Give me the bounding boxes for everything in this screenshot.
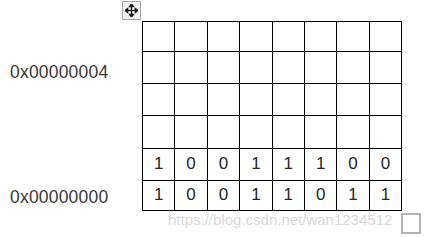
bit-cell-r5c2: 0 — [208, 181, 240, 211]
bit-cell-r3c5 — [305, 116, 337, 148]
bit-cell-r2c3 — [240, 84, 272, 116]
bit-cell-r4c6: 0 — [337, 149, 369, 181]
address-label-upper: 0x00000004 — [10, 62, 122, 83]
bit-cell-r2c7 — [370, 84, 402, 116]
bit-cell-r4c5: 1 — [305, 149, 337, 181]
bit-cell-r0c7 — [370, 22, 402, 52]
bit-cell-r5c5: 0 — [305, 181, 337, 211]
bit-cell-r1c3 — [240, 52, 272, 84]
bit-cell-r4c0: 1 — [143, 149, 175, 181]
bit-cell-r5c6: 1 — [337, 181, 369, 211]
bit-cell-r0c3 — [240, 22, 272, 52]
table-resize-handle[interactable] — [401, 213, 421, 234]
bit-cell-r3c0 — [143, 116, 175, 148]
bit-cell-r2c2 — [208, 84, 240, 116]
bit-cell-r2c5 — [305, 84, 337, 116]
bit-cell-r4c7: 0 — [370, 149, 402, 181]
bit-cell-r1c5 — [305, 52, 337, 84]
bit-cell-r1c7 — [370, 52, 402, 84]
bit-cell-r3c2 — [208, 116, 240, 148]
move-icon — [125, 4, 138, 17]
bit-cell-r5c4: 1 — [273, 181, 305, 211]
bit-cell-r0c6 — [337, 22, 369, 52]
bit-cell-r5c3: 1 — [240, 181, 272, 211]
bit-cell-r3c3 — [240, 116, 272, 148]
bit-cell-r5c1: 0 — [175, 181, 207, 211]
bit-cell-r1c0 — [143, 52, 175, 84]
table-move-handle[interactable] — [122, 1, 141, 20]
watermark-url: https://blog.csdn.net/wan1234512 — [168, 211, 392, 228]
bit-cell-r4c1: 0 — [175, 149, 207, 181]
bit-cell-r0c4 — [273, 22, 305, 52]
bit-cell-r3c6 — [337, 116, 369, 148]
bit-cell-r2c4 — [273, 84, 305, 116]
bit-cell-r1c1 — [175, 52, 207, 84]
bit-cell-r3c7 — [370, 116, 402, 148]
bit-cell-r3c4 — [273, 116, 305, 148]
bit-cell-r3c1 — [175, 116, 207, 148]
bit-cell-r0c2 — [208, 22, 240, 52]
bit-cell-r2c1 — [175, 84, 207, 116]
bit-cell-r1c6 — [337, 52, 369, 84]
bit-cell-r1c4 — [273, 52, 305, 84]
bit-cell-r2c6 — [337, 84, 369, 116]
bit-cell-r4c2: 0 — [208, 149, 240, 181]
bit-cell-r0c1 — [175, 22, 207, 52]
memory-bit-table: 1001110010011011 — [142, 21, 402, 211]
bit-cell-r1c2 — [208, 52, 240, 84]
bit-cell-r0c5 — [305, 22, 337, 52]
bit-cell-r5c7: 1 — [370, 181, 402, 211]
document-canvas: 0x00000004 0x00000000 1001110010011011 h… — [0, 0, 432, 237]
bit-cell-r0c0 — [143, 22, 175, 52]
bit-cell-r4c3: 1 — [240, 149, 272, 181]
bit-cell-r4c4: 1 — [273, 149, 305, 181]
bit-cell-r5c0: 1 — [143, 181, 175, 211]
bit-cell-r2c0 — [143, 84, 175, 116]
address-label-lower: 0x00000000 — [10, 187, 122, 208]
